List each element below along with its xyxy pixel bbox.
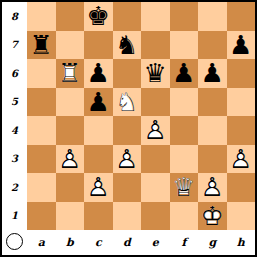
black-king-glyph: ♚ [84, 2, 113, 31]
piece-black-pawn-c6[interactable]: ♟ [84, 59, 113, 88]
square-c2[interactable]: ♟♙ [84, 173, 113, 202]
black-pawn-glyph: ♟ [84, 59, 113, 88]
rank-labels: 87654321 [2, 2, 27, 230]
white-pawn-outline-glyph: ♙ [56, 145, 85, 174]
rank-label-7: 7 [2, 31, 27, 60]
square-a8[interactable] [27, 2, 56, 31]
file-label-b: b [56, 230, 85, 255]
square-c7[interactable] [84, 31, 113, 60]
chess-board: ♚♜♞♟♜♖♟♛♟♟♟♞♘♟♙♟♙♟♙♟♙♟♙♛♕♟♙♚♔ [27, 2, 255, 230]
piece-white-pawn-g2[interactable]: ♟♙ [198, 173, 227, 202]
square-h7[interactable]: ♟ [227, 31, 256, 60]
square-f1[interactable] [170, 202, 199, 231]
white-king-outline-glyph: ♔ [198, 202, 227, 231]
rank-label-1: 1 [2, 202, 27, 231]
square-d3[interactable]: ♟♙ [113, 145, 142, 174]
piece-white-knight-d5[interactable]: ♞♘ [113, 88, 142, 117]
square-b6[interactable]: ♜♖ [56, 59, 85, 88]
square-a3[interactable] [27, 145, 56, 174]
square-b1[interactable] [56, 202, 85, 231]
square-d8[interactable] [113, 2, 142, 31]
white-rook-outline-glyph: ♖ [56, 59, 85, 88]
square-e5[interactable] [141, 88, 170, 117]
piece-black-pawn-f6[interactable]: ♟ [170, 59, 199, 88]
square-c3[interactable] [84, 145, 113, 174]
square-d4[interactable] [113, 116, 142, 145]
piece-white-pawn-e4[interactable]: ♟♙ [141, 116, 170, 145]
square-e8[interactable] [141, 2, 170, 31]
piece-white-pawn-c2[interactable]: ♟♙ [84, 173, 113, 202]
square-f8[interactable] [170, 2, 199, 31]
square-a1[interactable] [27, 202, 56, 231]
white-pawn-outline-glyph: ♙ [141, 116, 170, 145]
file-label-g: g [198, 230, 227, 255]
rank-label-5: 5 [2, 88, 27, 117]
square-e7[interactable] [141, 31, 170, 60]
piece-black-pawn-h7[interactable]: ♟ [227, 31, 256, 60]
file-label-h: h [227, 230, 256, 255]
square-a4[interactable] [27, 116, 56, 145]
square-c4[interactable] [84, 116, 113, 145]
square-f6[interactable]: ♟ [170, 59, 199, 88]
square-e4[interactable]: ♟♙ [141, 116, 170, 145]
square-b7[interactable] [56, 31, 85, 60]
square-d6[interactable] [113, 59, 142, 88]
file-label-c: c [84, 230, 113, 255]
square-c1[interactable] [84, 202, 113, 231]
square-h2[interactable] [227, 173, 256, 202]
piece-black-rook-a7[interactable]: ♜ [27, 31, 56, 60]
square-g6[interactable]: ♟ [198, 59, 227, 88]
piece-white-pawn-d3[interactable]: ♟♙ [113, 145, 142, 174]
square-b4[interactable] [56, 116, 85, 145]
white-knight-outline-glyph: ♘ [113, 88, 142, 117]
white-to-move-indicator [6, 233, 23, 250]
piece-white-king-g1[interactable]: ♚♔ [198, 202, 227, 231]
black-pawn-glyph: ♟ [227, 31, 256, 60]
square-h5[interactable] [227, 88, 256, 117]
square-g5[interactable] [198, 88, 227, 117]
black-knight-glyph: ♞ [113, 31, 142, 60]
square-d2[interactable] [113, 173, 142, 202]
white-pawn-outline-glyph: ♙ [113, 145, 142, 174]
square-d7[interactable]: ♞ [113, 31, 142, 60]
square-a6[interactable] [27, 59, 56, 88]
square-h8[interactable] [227, 2, 256, 31]
square-f5[interactable] [170, 88, 199, 117]
piece-white-queen-f2[interactable]: ♛♕ [170, 173, 199, 202]
square-d1[interactable] [113, 202, 142, 231]
rank-label-6: 6 [2, 59, 27, 88]
square-g7[interactable] [198, 31, 227, 60]
black-pawn-glyph: ♟ [170, 59, 199, 88]
black-rook-glyph: ♜ [27, 31, 56, 60]
square-f7[interactable] [170, 31, 199, 60]
black-pawn-glyph: ♟ [84, 88, 113, 117]
square-f2[interactable]: ♛♕ [170, 173, 199, 202]
square-g4[interactable] [198, 116, 227, 145]
square-e3[interactable] [141, 145, 170, 174]
square-g1[interactable]: ♚♔ [198, 202, 227, 231]
rank-label-2: 2 [2, 173, 27, 202]
square-h6[interactable] [227, 59, 256, 88]
square-f3[interactable] [170, 145, 199, 174]
square-h4[interactable] [227, 116, 256, 145]
square-e6[interactable]: ♛ [141, 59, 170, 88]
piece-black-pawn-g6[interactable]: ♟ [198, 59, 227, 88]
piece-black-pawn-c5[interactable]: ♟ [84, 88, 113, 117]
square-b5[interactable] [56, 88, 85, 117]
square-c5[interactable]: ♟ [84, 88, 113, 117]
square-b8[interactable] [56, 2, 85, 31]
square-f4[interactable] [170, 116, 199, 145]
white-queen-outline-glyph: ♕ [170, 173, 199, 202]
square-a7[interactable]: ♜ [27, 31, 56, 60]
black-pawn-glyph: ♟ [198, 59, 227, 88]
square-e2[interactable] [141, 173, 170, 202]
black-queen-glyph: ♛ [141, 59, 170, 88]
white-pawn-outline-glyph: ♙ [227, 145, 256, 174]
square-d5[interactable]: ♞♘ [113, 88, 142, 117]
square-a5[interactable] [27, 88, 56, 117]
chess-diagram: 87654321 ♚♜♞♟♜♖♟♛♟♟♟♞♘♟♙♟♙♟♙♟♙♟♙♛♕♟♙♚♔ a… [0, 0, 257, 257]
piece-white-pawn-h3[interactable]: ♟♙ [227, 145, 256, 174]
rank-label-8: 8 [2, 2, 27, 31]
white-pawn-outline-glyph: ♙ [84, 173, 113, 202]
piece-white-pawn-b3[interactable]: ♟♙ [56, 145, 85, 174]
file-label-f: f [170, 230, 199, 255]
square-h3[interactable]: ♟♙ [227, 145, 256, 174]
rank-label-3: 3 [2, 145, 27, 174]
piece-black-queen-e6[interactable]: ♛ [141, 59, 170, 88]
square-c8[interactable]: ♚ [84, 2, 113, 31]
square-h1[interactable] [227, 202, 256, 231]
file-label-d: d [113, 230, 142, 255]
square-b2[interactable] [56, 173, 85, 202]
rank-label-4: 4 [2, 116, 27, 145]
piece-white-rook-b6[interactable]: ♜♖ [56, 59, 85, 88]
piece-black-knight-d7[interactable]: ♞ [113, 31, 142, 60]
file-label-a: a [27, 230, 56, 255]
square-b3[interactable]: ♟♙ [56, 145, 85, 174]
square-g2[interactable]: ♟♙ [198, 173, 227, 202]
square-c6[interactable]: ♟ [84, 59, 113, 88]
square-g3[interactable] [198, 145, 227, 174]
white-pawn-outline-glyph: ♙ [198, 173, 227, 202]
file-labels: abcdefgh [27, 230, 255, 255]
square-g8[interactable] [198, 2, 227, 31]
square-e1[interactable] [141, 202, 170, 231]
piece-black-king-c8[interactable]: ♚ [84, 2, 113, 31]
square-a2[interactable] [27, 173, 56, 202]
file-label-e: e [141, 230, 170, 255]
